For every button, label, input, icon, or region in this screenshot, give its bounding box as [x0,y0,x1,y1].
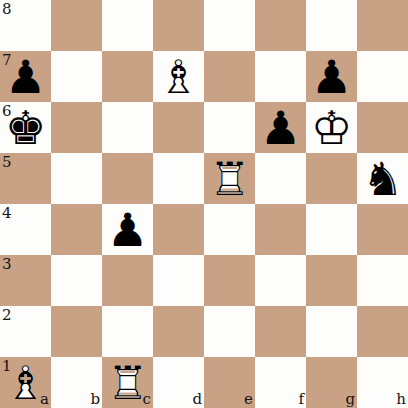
rank-label-6: 6 [2,104,12,119]
square-e6[interactable] [204,102,255,153]
square-f3[interactable] [255,255,306,306]
square-g8[interactable] [306,0,357,51]
square-c1[interactable]: ♜♖c [102,357,153,408]
file-label-c: c [143,392,151,407]
rank-label-4: 4 [2,206,12,221]
square-d2[interactable] [153,306,204,357]
rank-label-2: 2 [2,308,12,323]
piece-white-king[interactable]: ♚♔ [306,102,357,153]
square-f5[interactable] [255,153,306,204]
rank-label-5: 5 [2,155,12,170]
piece-white-rook[interactable]: ♜♖ [204,153,255,204]
square-d5[interactable] [153,153,204,204]
square-g7[interactable]: ♟ [306,51,357,102]
square-d7[interactable]: ♝♗ [153,51,204,102]
file-label-b: b [90,392,100,407]
piece-black-knight[interactable]: ♞ [357,153,408,204]
square-c6[interactable] [102,102,153,153]
square-g4[interactable] [306,204,357,255]
square-e1[interactable]: e [204,357,255,408]
square-d8[interactable] [153,0,204,51]
file-label-a: a [40,392,49,407]
square-h4[interactable] [357,204,408,255]
square-h1[interactable]: h [357,357,408,408]
square-h2[interactable] [357,306,408,357]
square-e4[interactable] [204,204,255,255]
square-h5[interactable]: ♞ [357,153,408,204]
square-c3[interactable] [102,255,153,306]
file-label-g: g [345,392,355,407]
white-rook-icon: ♖ [204,153,255,204]
rank-label-1: 1 [2,359,12,374]
square-g5[interactable] [306,153,357,204]
square-d3[interactable] [153,255,204,306]
square-f6[interactable]: ♟ [255,102,306,153]
white-bishop-icon: ♗ [153,51,204,102]
piece-black-pawn[interactable]: ♟ [102,204,153,255]
square-e5[interactable]: ♜♖ [204,153,255,204]
square-c2[interactable] [102,306,153,357]
square-a4[interactable]: 4 [0,204,51,255]
square-e2[interactable] [204,306,255,357]
square-a6[interactable]: ♚6 [0,102,51,153]
piece-black-pawn[interactable]: ♟ [255,102,306,153]
square-c5[interactable] [102,153,153,204]
square-b3[interactable] [51,255,102,306]
square-e8[interactable] [204,0,255,51]
square-b6[interactable] [51,102,102,153]
square-h6[interactable] [357,102,408,153]
chess-board: 8♟7♝♗♟♚6♟♚♔5♜♖♞4♟32♝♗1ab♜♖cdefgh [0,0,408,408]
square-a3[interactable]: 3 [0,255,51,306]
square-e3[interactable] [204,255,255,306]
square-g3[interactable] [306,255,357,306]
file-label-h: h [396,392,406,407]
square-h3[interactable] [357,255,408,306]
square-a2[interactable]: 2 [0,306,51,357]
file-label-e: e [244,392,253,407]
piece-black-pawn[interactable]: ♟ [306,51,357,102]
square-a1[interactable]: ♝♗1a [0,357,51,408]
file-label-f: f [298,392,304,407]
rank-label-8: 8 [2,2,12,17]
square-d1[interactable]: d [153,357,204,408]
square-d6[interactable] [153,102,204,153]
square-f4[interactable] [255,204,306,255]
square-a8[interactable]: 8 [0,0,51,51]
square-b7[interactable] [51,51,102,102]
square-g1[interactable]: g [306,357,357,408]
square-b8[interactable] [51,0,102,51]
square-c8[interactable] [102,0,153,51]
square-f1[interactable]: f [255,357,306,408]
square-a7[interactable]: ♟7 [0,51,51,102]
square-g6[interactable]: ♚♔ [306,102,357,153]
square-e7[interactable] [204,51,255,102]
square-f2[interactable] [255,306,306,357]
square-h7[interactable] [357,51,408,102]
square-g2[interactable] [306,306,357,357]
square-b2[interactable] [51,306,102,357]
square-b1[interactable]: b [51,357,102,408]
square-f7[interactable] [255,51,306,102]
square-h8[interactable] [357,0,408,51]
rank-label-3: 3 [2,257,12,272]
square-b5[interactable] [51,153,102,204]
square-d4[interactable] [153,204,204,255]
square-c7[interactable] [102,51,153,102]
file-label-d: d [192,392,202,407]
white-king-icon: ♔ [306,102,357,153]
rank-label-7: 7 [2,53,12,68]
square-b4[interactable] [51,204,102,255]
square-c4[interactable]: ♟ [102,204,153,255]
square-a5[interactable]: 5 [0,153,51,204]
square-f8[interactable] [255,0,306,51]
piece-white-bishop[interactable]: ♝♗ [153,51,204,102]
